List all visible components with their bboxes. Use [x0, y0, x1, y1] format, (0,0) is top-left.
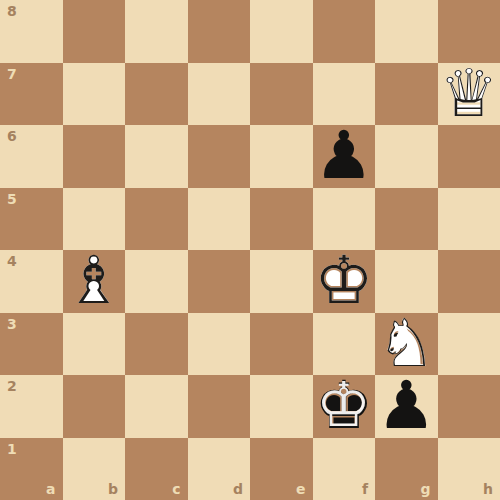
- square-f6[interactable]: ♟: [313, 125, 376, 188]
- white-bishop-detail: ♗: [64, 250, 123, 313]
- white-queen-glyph: ♛: [439, 63, 498, 126]
- square-h3[interactable]: [438, 313, 500, 376]
- square-a5[interactable]: 5: [0, 188, 63, 251]
- white-queen-detail: ♕: [439, 63, 498, 126]
- square-d2[interactable]: [188, 375, 251, 438]
- chess-board-container: 87♛♕6♟54♝♗♚♔3♞♘2♚♔♟1abcdefgh: [0, 0, 500, 500]
- rank-label-1: 1: [7, 442, 17, 456]
- square-h2[interactable]: [438, 375, 500, 438]
- file-label-h: h: [483, 482, 493, 496]
- square-d7[interactable]: [188, 63, 251, 126]
- white-knight-glyph: ♞: [377, 313, 436, 376]
- square-b4[interactable]: ♝♗: [63, 250, 126, 313]
- square-a1[interactable]: 1a: [0, 438, 63, 500]
- white-knight-detail: ♘: [377, 313, 436, 376]
- square-e7[interactable]: [250, 63, 313, 126]
- square-e6[interactable]: [250, 125, 313, 188]
- square-h7[interactable]: ♛♕: [438, 63, 500, 126]
- square-b5[interactable]: [63, 188, 126, 251]
- square-g6[interactable]: [375, 125, 438, 188]
- square-c2[interactable]: [125, 375, 188, 438]
- square-f5[interactable]: [313, 188, 376, 251]
- square-a8[interactable]: 8: [0, 0, 63, 63]
- square-c4[interactable]: [125, 250, 188, 313]
- white-queen[interactable]: ♛♕: [438, 63, 500, 126]
- square-h6[interactable]: [438, 125, 500, 188]
- square-h4[interactable]: [438, 250, 500, 313]
- square-d6[interactable]: [188, 125, 251, 188]
- black-pawn-glyph: ♟: [314, 125, 373, 188]
- black-king-glyph: ♚: [314, 375, 373, 438]
- file-label-e: e: [296, 482, 306, 496]
- square-a6[interactable]: 6: [0, 125, 63, 188]
- square-b8[interactable]: [63, 0, 126, 63]
- square-a7[interactable]: 7: [0, 63, 63, 126]
- square-d4[interactable]: [188, 250, 251, 313]
- square-c6[interactable]: [125, 125, 188, 188]
- square-b7[interactable]: [63, 63, 126, 126]
- file-label-f: f: [362, 482, 368, 496]
- square-a3[interactable]: 3: [0, 313, 63, 376]
- square-d1[interactable]: d: [188, 438, 251, 500]
- file-label-c: c: [172, 482, 180, 496]
- square-d5[interactable]: [188, 188, 251, 251]
- rank-label-6: 6: [7, 129, 17, 143]
- square-f3[interactable]: [313, 313, 376, 376]
- square-c5[interactable]: [125, 188, 188, 251]
- square-g4[interactable]: [375, 250, 438, 313]
- rank-label-7: 7: [7, 67, 17, 81]
- square-g5[interactable]: [375, 188, 438, 251]
- rank-label-2: 2: [7, 379, 17, 393]
- square-e1[interactable]: e: [250, 438, 313, 500]
- rank-label-5: 5: [7, 192, 17, 206]
- square-g2[interactable]: ♟: [375, 375, 438, 438]
- square-h5[interactable]: [438, 188, 500, 251]
- black-pawn-glyph: ♟: [377, 375, 436, 438]
- square-c1[interactable]: c: [125, 438, 188, 500]
- white-bishop-glyph: ♝: [64, 250, 123, 313]
- square-f7[interactable]: [313, 63, 376, 126]
- square-h8[interactable]: [438, 0, 500, 63]
- rank-label-4: 4: [7, 254, 17, 268]
- black-king[interactable]: ♚♔: [313, 375, 376, 438]
- square-e4[interactable]: [250, 250, 313, 313]
- square-f8[interactable]: [313, 0, 376, 63]
- square-c8[interactable]: [125, 0, 188, 63]
- square-a4[interactable]: 4: [0, 250, 63, 313]
- file-label-g: g: [420, 482, 430, 496]
- square-a2[interactable]: 2: [0, 375, 63, 438]
- square-e5[interactable]: [250, 188, 313, 251]
- white-king-glyph: ♚: [314, 250, 373, 313]
- square-e2[interactable]: [250, 375, 313, 438]
- square-h1[interactable]: h: [438, 438, 500, 500]
- square-d8[interactable]: [188, 0, 251, 63]
- square-f2[interactable]: ♚♔: [313, 375, 376, 438]
- file-label-d: d: [233, 482, 243, 496]
- black-pawn[interactable]: ♟: [375, 375, 438, 438]
- square-f4[interactable]: ♚♔: [313, 250, 376, 313]
- chess-board: 87♛♕6♟54♝♗♚♔3♞♘2♚♔♟1abcdefgh: [0, 0, 500, 500]
- white-bishop[interactable]: ♝♗: [63, 250, 126, 313]
- white-knight[interactable]: ♞♘: [375, 313, 438, 376]
- black-king-detail: ♔: [316, 377, 371, 435]
- square-e3[interactable]: [250, 313, 313, 376]
- square-g3[interactable]: ♞♘: [375, 313, 438, 376]
- square-f1[interactable]: f: [313, 438, 376, 500]
- black-pawn[interactable]: ♟: [313, 125, 376, 188]
- rank-label-3: 3: [7, 317, 17, 331]
- square-c7[interactable]: [125, 63, 188, 126]
- square-b1[interactable]: b: [63, 438, 126, 500]
- square-e8[interactable]: [250, 0, 313, 63]
- square-b2[interactable]: [63, 375, 126, 438]
- square-g8[interactable]: [375, 0, 438, 63]
- square-d3[interactable]: [188, 313, 251, 376]
- rank-label-8: 8: [7, 4, 17, 18]
- square-c3[interactable]: [125, 313, 188, 376]
- white-king-detail: ♔: [314, 250, 373, 313]
- square-b6[interactable]: [63, 125, 126, 188]
- white-king[interactable]: ♚♔: [313, 250, 376, 313]
- square-b3[interactable]: [63, 313, 126, 376]
- file-label-a: a: [46, 482, 55, 496]
- file-label-b: b: [108, 482, 118, 496]
- square-g7[interactable]: [375, 63, 438, 126]
- square-g1[interactable]: g: [375, 438, 438, 500]
